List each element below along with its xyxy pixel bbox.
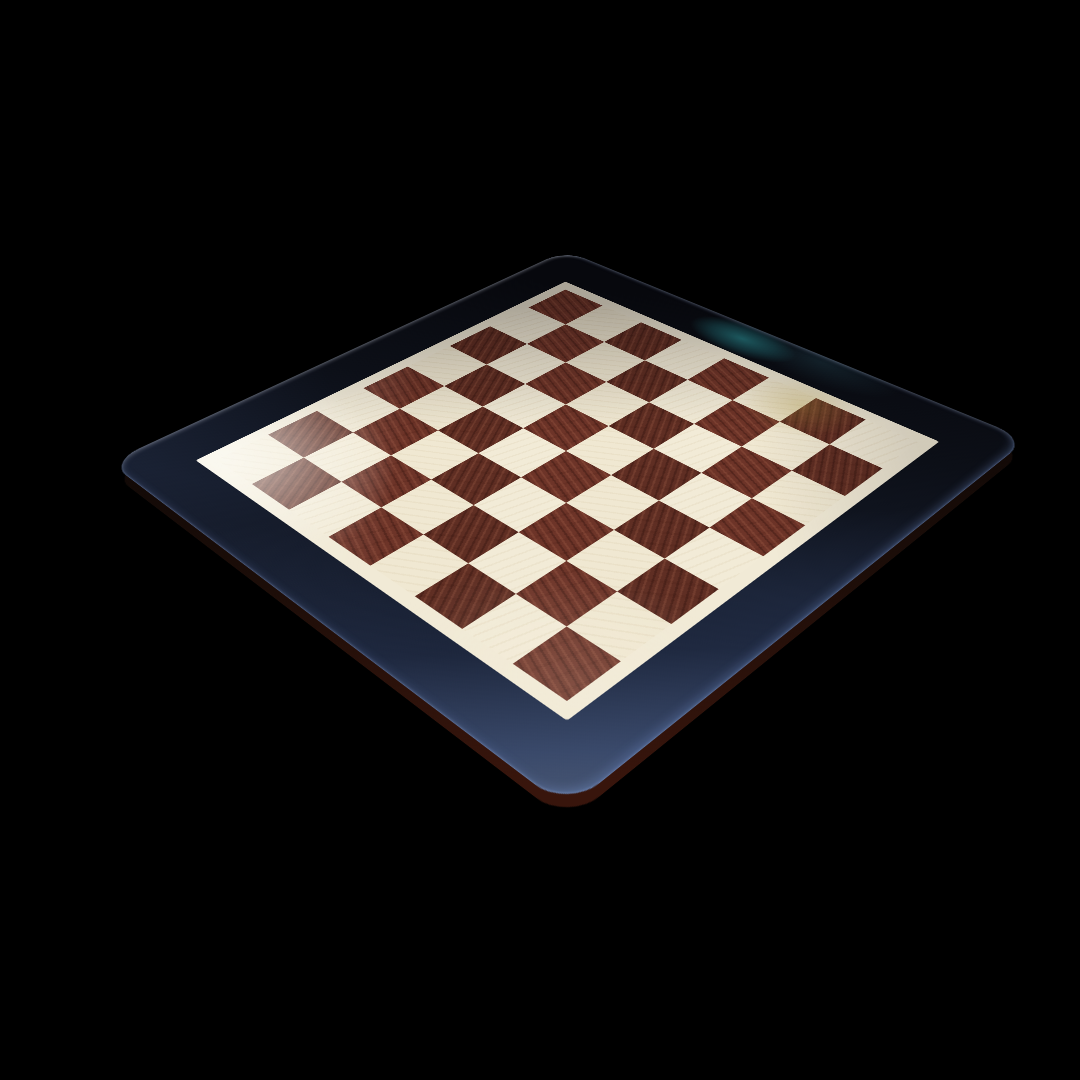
checker-grid xyxy=(217,290,918,701)
square-r8c7 xyxy=(462,594,566,664)
square-r7c3 xyxy=(341,455,431,507)
square-r7c5 xyxy=(423,505,518,563)
board-rotation-wrapper xyxy=(0,0,1080,1080)
square-r8c8 xyxy=(513,626,621,701)
square-r7c8 xyxy=(567,591,672,661)
square-r8c4 xyxy=(329,507,424,565)
square-r6c6 xyxy=(519,503,614,561)
square-r8c5 xyxy=(370,535,468,597)
square-r8c6 xyxy=(415,563,516,629)
square-r4c8 xyxy=(710,498,806,556)
board-3d xyxy=(109,250,1028,809)
square-r3c7 xyxy=(701,447,791,499)
square-r7c7 xyxy=(516,561,617,627)
chessboard-frame xyxy=(109,250,1028,809)
square-r4c7 xyxy=(659,473,752,528)
square-r6c5 xyxy=(474,477,567,532)
square-r8c2 xyxy=(252,458,342,510)
square-r6c7 xyxy=(566,530,664,592)
square-r6c8 xyxy=(617,559,718,624)
photo-background xyxy=(0,0,1080,1080)
square-r6c4 xyxy=(431,453,521,505)
square-r5c8 xyxy=(665,528,764,590)
square-r8c3 xyxy=(289,482,381,537)
square-r5c5 xyxy=(521,451,611,503)
square-r2c8 xyxy=(792,444,883,496)
square-r5c6 xyxy=(566,475,659,530)
square-r5c7 xyxy=(614,501,710,559)
square-r3c8 xyxy=(752,471,845,526)
square-r7c4 xyxy=(381,480,473,535)
maple-border xyxy=(196,282,940,721)
square-r4c6 xyxy=(611,449,701,501)
square-r7c6 xyxy=(468,532,566,594)
